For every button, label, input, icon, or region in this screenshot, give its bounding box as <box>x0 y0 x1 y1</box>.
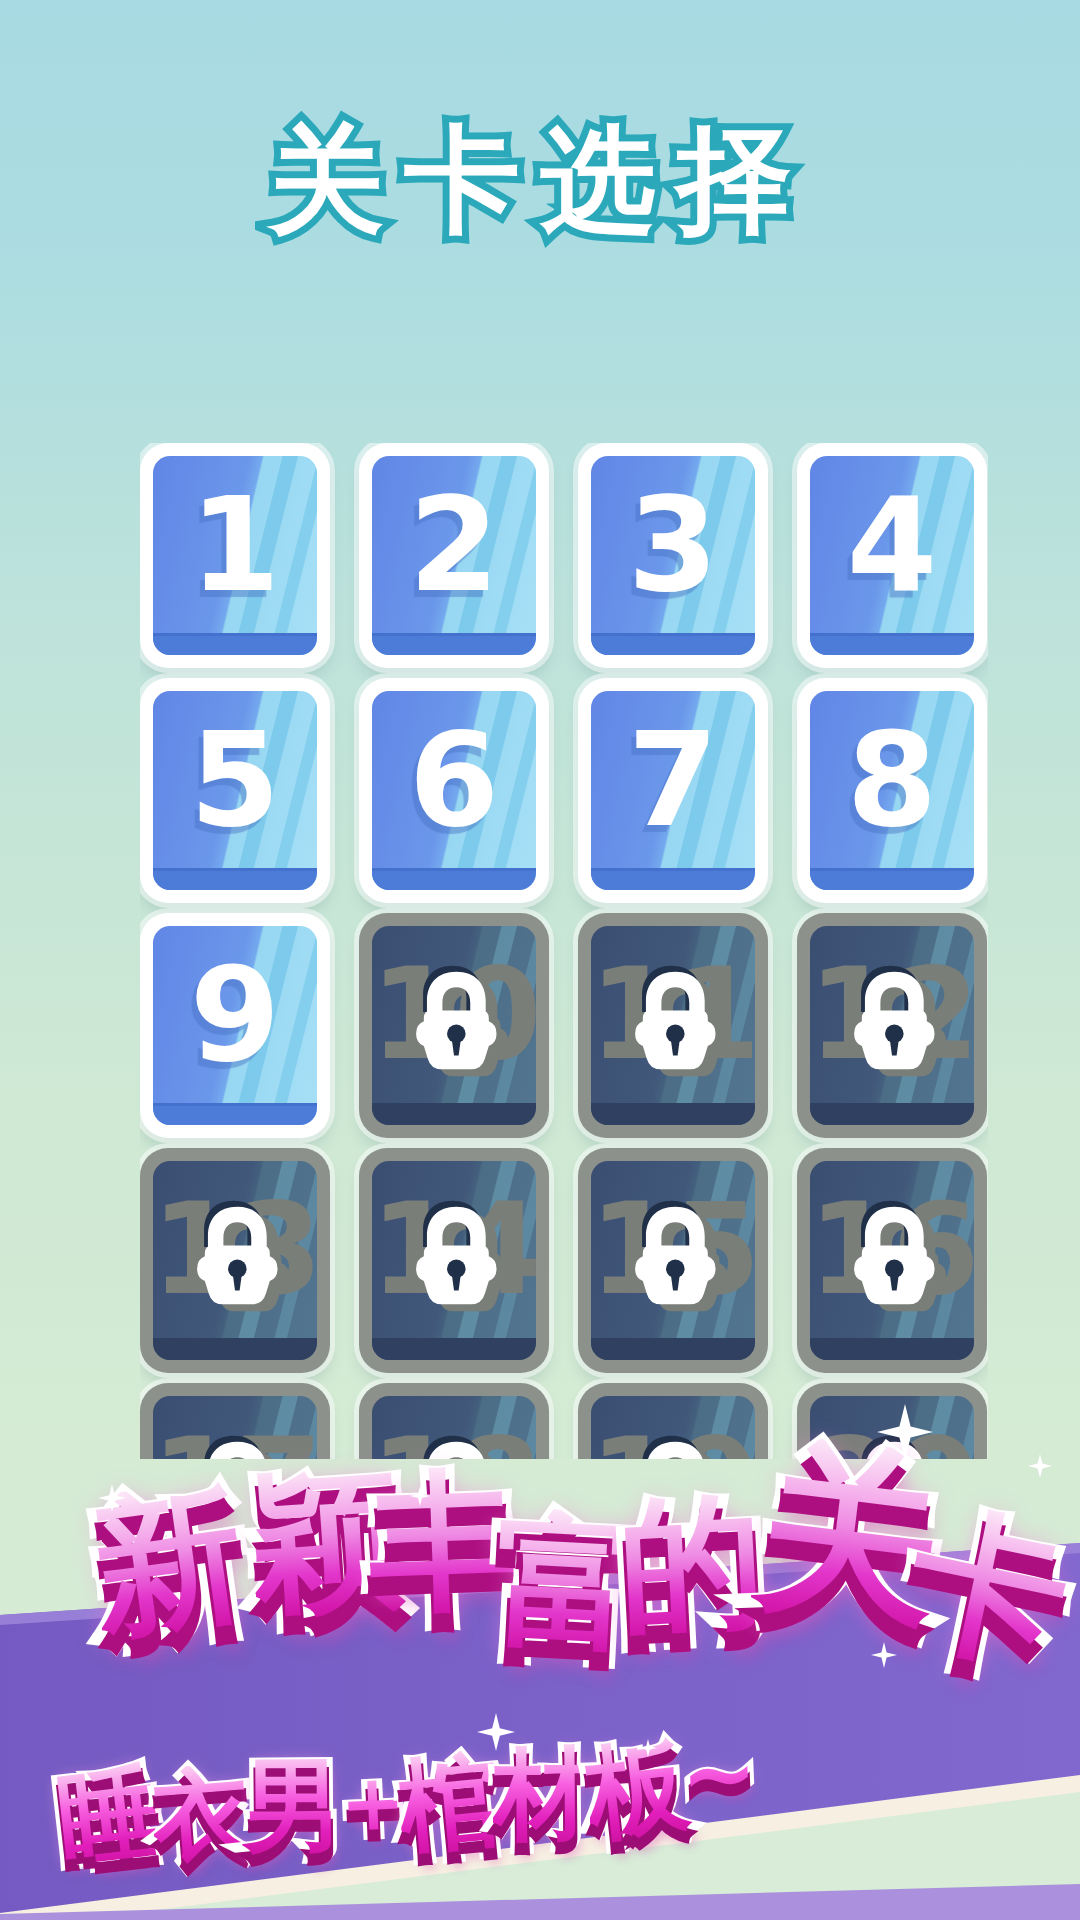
level-tile-face: 4 <box>810 456 974 655</box>
lavender-bottom-strip <box>0 1884 1080 1920</box>
level-tile-face: 16 <box>810 1161 974 1360</box>
promo-char: +++ <box>338 1762 408 1867</box>
tile-bottom-lip <box>591 868 755 890</box>
promo-char: 男男男 <box>242 1755 345 1858</box>
lock-icon <box>177 1196 293 1312</box>
promo-char: 板板板 <box>582 1733 695 1846</box>
lock-icon <box>615 1431 731 1459</box>
level-tile-face: 12 <box>810 926 974 1125</box>
level-tile-face: 17 <box>153 1396 317 1459</box>
page-title-text: 关卡选择 <box>0 110 1080 249</box>
promo-char: 颖颖颖 <box>247 1461 407 1621</box>
tile-bottom-lip <box>372 1103 536 1125</box>
lock-icon <box>834 1196 950 1312</box>
level-tile-face: 18 <box>372 1396 536 1459</box>
level-number: 8 <box>810 691 974 868</box>
tile-bottom-lip <box>810 1338 974 1360</box>
lock-icon <box>615 1196 731 1312</box>
tile-bottom-lip <box>153 1338 317 1360</box>
level-tile-face: 15 <box>591 1161 755 1360</box>
tile-bottom-lip <box>372 1338 536 1360</box>
sparkle-icon <box>1028 1454 1052 1478</box>
level-tile-13[interactable]: 13 <box>140 1148 330 1373</box>
level-tile-8[interactable]: 8 <box>797 678 987 903</box>
lock-icon <box>396 1431 512 1459</box>
promo-char: 的的的 <box>615 1486 767 1638</box>
level-tile-5[interactable]: 5 <box>140 678 330 903</box>
level-tile-19[interactable]: 19 <box>578 1383 768 1459</box>
tile-bottom-lip <box>591 633 755 655</box>
tile-bottom-lip <box>372 633 536 655</box>
lock-icon <box>834 961 950 1077</box>
tile-bottom-lip <box>591 1338 755 1360</box>
page-title: 关卡选择 关卡选择 <box>0 110 1080 270</box>
level-number: 6 <box>372 691 536 868</box>
level-number: 1 <box>153 456 317 633</box>
tile-bottom-lip <box>372 868 536 890</box>
level-tile-3[interactable]: 3 <box>578 443 768 668</box>
promo-char: 材材材 <box>493 1744 594 1847</box>
level-tile-face: 20 <box>810 1396 974 1459</box>
level-number: 2 <box>372 456 536 633</box>
level-tile-face: 14 <box>372 1161 536 1360</box>
promo-char: 新新新 <box>83 1476 252 1645</box>
tile-bottom-lip <box>810 868 974 890</box>
level-tile-10[interactable]: 10 <box>359 913 549 1138</box>
level-tile-11[interactable]: 11 <box>578 913 768 1138</box>
promo-char: 棺棺棺 <box>395 1748 506 1859</box>
level-number: 7 <box>591 691 755 868</box>
sparkle-icon <box>871 1642 897 1668</box>
level-number: 5 <box>153 691 317 868</box>
level-tile-face: 6 <box>372 691 536 890</box>
level-tile-1[interactable]: 1 <box>140 443 330 668</box>
purple-band <box>0 1543 1080 1920</box>
level-tile-7[interactable]: 7 <box>578 678 768 903</box>
level-number: 4 <box>810 456 974 633</box>
level-tile-12[interactable]: 12 <box>797 913 987 1138</box>
level-number: 9 <box>153 926 317 1103</box>
promo-char: 关关关 <box>749 1433 952 1636</box>
lock-icon <box>396 961 512 1077</box>
level-tile-face: 13 <box>153 1161 317 1360</box>
tile-bottom-lip <box>591 1103 755 1125</box>
promo-char: 丰丰丰 <box>366 1463 521 1618</box>
level-tile-face: 1 <box>153 456 317 655</box>
lock-icon <box>177 1431 293 1459</box>
promo-char: 睡睡睡 <box>53 1760 164 1873</box>
level-tile-15[interactable]: 15 <box>578 1148 768 1373</box>
promo-headline: 新新新颖颖颖丰丰丰富富富的的的关关关卡卡卡 <box>40 1482 1080 1664</box>
level-tile-face: 3 <box>591 456 755 655</box>
level-tile-16[interactable]: 16 <box>797 1148 987 1373</box>
lock-icon <box>834 1431 950 1459</box>
level-tile-17[interactable]: 17 <box>140 1383 330 1459</box>
level-tile-4[interactable]: 4 <box>797 443 987 668</box>
promo-char: 富富富 <box>491 1506 643 1658</box>
promo-char: 卡卡卡 <box>896 1495 1080 1680</box>
level-tile-20[interactable]: 20 <box>797 1383 987 1459</box>
level-tile-face: 19 <box>591 1396 755 1459</box>
level-tile-face: 9 <box>153 926 317 1125</box>
level-tile-face: 5 <box>153 691 317 890</box>
cream-edge-stripe <box>0 1775 1080 1920</box>
promo-char: ~~~ <box>678 1727 759 1832</box>
level-tile-face: 8 <box>810 691 974 890</box>
level-grid: 1234567891011121314151617181920 <box>140 443 988 1459</box>
level-tile-2[interactable]: 2 <box>359 443 549 668</box>
tile-bottom-lip <box>153 868 317 890</box>
level-tile-18[interactable]: 18 <box>359 1383 549 1459</box>
tile-bottom-lip <box>810 1103 974 1125</box>
lock-icon <box>615 961 731 1077</box>
green-wedge <box>0 1791 1080 1920</box>
tile-bottom-lip <box>153 1103 317 1125</box>
sparkle-icon <box>98 1484 126 1512</box>
level-tile-9[interactable]: 9 <box>140 913 330 1138</box>
promo-char: 衣衣衣 <box>149 1761 255 1870</box>
sparkle-icon <box>410 1486 430 1506</box>
tile-bottom-lip <box>153 633 317 655</box>
level-tile-14[interactable]: 14 <box>359 1148 549 1373</box>
sparkle-icon <box>639 1739 657 1757</box>
level-tile-face: 10 <box>372 926 536 1125</box>
level-tile-face: 7 <box>591 691 755 890</box>
sparkle-icon <box>477 1713 515 1751</box>
lock-icon <box>396 1196 512 1312</box>
promo-subtitle: 睡睡睡衣衣衣男男男+++棺棺棺材材材板板板~~~ <box>56 1737 760 1869</box>
level-tile-6[interactable]: 6 <box>359 678 549 903</box>
level-tile-face: 2 <box>372 456 536 655</box>
level-tile-face: 11 <box>591 926 755 1125</box>
purple-band-highlight <box>0 1543 1080 1625</box>
tile-bottom-lip <box>810 633 974 655</box>
level-select-screen: 关卡选择 关卡选择 123456789101112131415161718192… <box>0 0 1080 1920</box>
level-number: 3 <box>591 456 755 633</box>
